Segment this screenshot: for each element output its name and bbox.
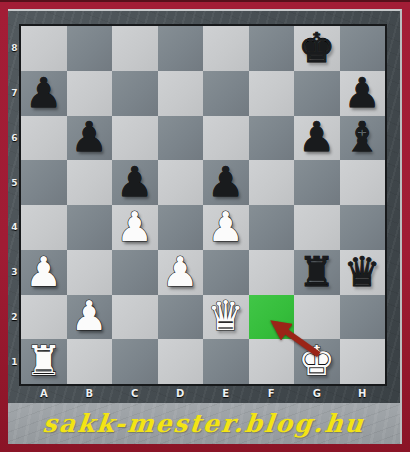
square-h5[interactable] <box>340 160 386 205</box>
square-a8[interactable] <box>21 26 67 71</box>
rank-label-2: 2 <box>8 295 21 340</box>
square-h4[interactable] <box>340 205 386 250</box>
square-a7[interactable]: ♟ <box>21 71 67 116</box>
board-plaque: 87654321 ♚♟♟♟♟♝♟♟♟♟♟♟♜♛♟♛♜♚ ABCDEFGH sak… <box>8 9 402 444</box>
square-e6[interactable] <box>203 116 249 161</box>
square-g7[interactable] <box>294 71 340 116</box>
square-a3[interactable]: ♟ <box>21 250 67 295</box>
square-e8[interactable] <box>203 26 249 71</box>
square-g2[interactable] <box>294 295 340 340</box>
square-g3[interactable]: ♜ <box>294 250 340 295</box>
square-f8[interactable] <box>249 26 295 71</box>
white-pawn[interactable]: ♟ <box>71 296 108 337</box>
file-label-f: F <box>249 385 295 402</box>
rank-label-4: 4 <box>8 205 21 250</box>
square-h7[interactable]: ♟ <box>340 71 386 116</box>
white-pawn[interactable]: ♟ <box>207 207 244 248</box>
square-f7[interactable] <box>249 71 295 116</box>
square-g5[interactable] <box>294 160 340 205</box>
square-d3[interactable]: ♟ <box>158 250 204 295</box>
square-b3[interactable] <box>67 250 113 295</box>
file-label-g: G <box>294 385 340 402</box>
white-queen[interactable]: ♛ <box>207 296 244 337</box>
rank-label-1: 1 <box>8 339 21 384</box>
square-g8[interactable]: ♚ <box>294 26 340 71</box>
square-c7[interactable] <box>112 71 158 116</box>
square-e2[interactable]: ♛ <box>203 295 249 340</box>
file-label-d: D <box>158 385 204 402</box>
square-b2[interactable]: ♟ <box>67 295 113 340</box>
square-f4[interactable] <box>249 205 295 250</box>
black-king[interactable]: ♚ <box>298 28 335 69</box>
rank-label-8: 8 <box>8 26 21 71</box>
square-a6[interactable] <box>21 116 67 161</box>
square-g6[interactable]: ♟ <box>294 116 340 161</box>
white-pawn[interactable]: ♟ <box>116 207 153 248</box>
black-rook[interactable]: ♜ <box>298 252 335 293</box>
square-c4[interactable]: ♟ <box>112 205 158 250</box>
square-b5[interactable] <box>67 160 113 205</box>
square-b4[interactable] <box>67 205 113 250</box>
rank-label-6: 6 <box>8 116 21 161</box>
square-e1[interactable] <box>203 339 249 384</box>
square-c5[interactable]: ♟ <box>112 160 158 205</box>
square-a2[interactable] <box>21 295 67 340</box>
square-c3[interactable] <box>112 250 158 295</box>
board-frame: 87654321 ♚♟♟♟♟♝♟♟♟♟♟♟♜♛♟♛♜♚ ABCDEFGH <box>8 11 400 403</box>
square-c1[interactable] <box>112 339 158 384</box>
file-label-e: E <box>203 385 249 402</box>
square-b6[interactable]: ♟ <box>67 116 113 161</box>
black-pawn[interactable]: ♟ <box>207 162 244 203</box>
square-f6[interactable] <box>249 116 295 161</box>
square-f5[interactable] <box>249 160 295 205</box>
rank-label-5: 5 <box>8 160 21 205</box>
square-a1[interactable]: ♜ <box>21 339 67 384</box>
chess-board[interactable]: ♚♟♟♟♟♝♟♟♟♟♟♟♜♛♟♛♜♚ <box>21 26 385 384</box>
square-g1[interactable]: ♚ <box>294 339 340 384</box>
square-e4[interactable]: ♟ <box>203 205 249 250</box>
square-d1[interactable] <box>158 339 204 384</box>
square-d4[interactable] <box>158 205 204 250</box>
square-h3[interactable]: ♛ <box>340 250 386 295</box>
square-g4[interactable] <box>294 205 340 250</box>
square-d7[interactable] <box>158 71 204 116</box>
black-pawn[interactable]: ♟ <box>25 73 62 114</box>
white-pawn[interactable]: ♟ <box>25 252 62 293</box>
black-pawn[interactable]: ♟ <box>344 73 381 114</box>
site-caption: sakk-mester.blog.hu <box>42 409 367 438</box>
square-h8[interactable] <box>340 26 386 71</box>
file-label-c: C <box>112 385 158 402</box>
square-c8[interactable] <box>112 26 158 71</box>
square-h2[interactable] <box>340 295 386 340</box>
rank-label-3: 3 <box>8 250 21 295</box>
file-label-h: H <box>340 385 386 402</box>
square-d6[interactable] <box>158 116 204 161</box>
white-pawn[interactable]: ♟ <box>162 252 199 293</box>
square-d8[interactable] <box>158 26 204 71</box>
rank-label-7: 7 <box>8 71 21 116</box>
square-f1[interactable] <box>249 339 295 384</box>
square-f2[interactable] <box>249 295 295 340</box>
square-a4[interactable] <box>21 205 67 250</box>
square-d5[interactable] <box>158 160 204 205</box>
black-queen[interactable]: ♛ <box>344 252 381 293</box>
white-king[interactable]: ♚ <box>298 341 335 382</box>
file-label-a: A <box>21 385 67 402</box>
square-a5[interactable] <box>21 160 67 205</box>
file-labels: ABCDEFGH <box>21 385 385 402</box>
square-e5[interactable]: ♟ <box>203 160 249 205</box>
square-b1[interactable] <box>67 339 113 384</box>
black-pawn[interactable]: ♟ <box>298 117 335 158</box>
square-d2[interactable] <box>158 295 204 340</box>
black-pawn[interactable]: ♟ <box>116 162 153 203</box>
white-rook[interactable]: ♜ <box>25 341 62 382</box>
square-b7[interactable] <box>67 71 113 116</box>
rank-labels: 87654321 <box>8 26 21 384</box>
square-e7[interactable] <box>203 71 249 116</box>
caption-strip: sakk-mester.blog.hu <box>8 403 400 444</box>
file-label-b: B <box>67 385 113 402</box>
black-pawn[interactable]: ♟ <box>71 117 108 158</box>
square-h6[interactable]: ♝ <box>340 116 386 161</box>
chess-diagram: 87654321 ♚♟♟♟♟♝♟♟♟♟♟♟♜♛♟♛♜♚ ABCDEFGH sak… <box>0 0 410 452</box>
square-c2[interactable] <box>112 295 158 340</box>
square-e3[interactable] <box>203 250 249 295</box>
square-b8[interactable] <box>67 26 113 71</box>
square-c6[interactable] <box>112 116 158 161</box>
black-bishop[interactable]: ♝ <box>344 117 381 158</box>
square-h1[interactable] <box>340 339 386 384</box>
square-f3[interactable] <box>249 250 295 295</box>
